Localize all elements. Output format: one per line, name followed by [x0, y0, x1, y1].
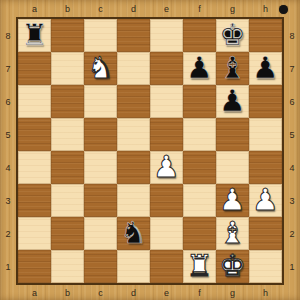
rank-label-7: 7 [284, 52, 300, 85]
square-a7[interactable] [18, 52, 51, 85]
board-frame: abcdefgh 87654321 ♜♚♞♟♝♟♟♟♟♟♞♝♜♚ 8765432… [0, 0, 300, 300]
square-d5[interactable] [117, 118, 150, 151]
black-pawn[interactable]: ♟ [186, 53, 213, 83]
white-pawn[interactable]: ♟ [252, 185, 279, 215]
square-d2[interactable]: ♞ [117, 217, 150, 250]
square-c1[interactable] [84, 250, 117, 283]
file-label-f: f [183, 285, 216, 300]
square-a2[interactable] [18, 217, 51, 250]
square-h8[interactable] [249, 19, 282, 52]
file-labels-top: abcdefgh [18, 0, 282, 17]
black-king[interactable]: ♚ [219, 20, 246, 50]
rank-label-4: 4 [284, 151, 300, 184]
square-h4[interactable] [249, 151, 282, 184]
rank-label-2: 2 [284, 217, 300, 250]
rank-label-5: 5 [284, 118, 300, 151]
square-g8[interactable]: ♚ [216, 19, 249, 52]
rank-label-8: 8 [0, 19, 16, 52]
rank-label-8: 8 [284, 19, 300, 52]
square-g1[interactable]: ♚ [216, 250, 249, 283]
square-e3[interactable] [150, 184, 183, 217]
square-g7[interactable]: ♝ [216, 52, 249, 85]
square-g6[interactable]: ♟ [216, 85, 249, 118]
white-rook[interactable]: ♜ [186, 251, 213, 281]
square-d1[interactable] [117, 250, 150, 283]
square-b2[interactable] [51, 217, 84, 250]
rank-label-5: 5 [0, 118, 16, 151]
square-h7[interactable]: ♟ [249, 52, 282, 85]
square-d4[interactable] [117, 151, 150, 184]
square-c6[interactable] [84, 85, 117, 118]
file-label-a: a [18, 0, 51, 17]
black-knight[interactable]: ♞ [120, 218, 147, 248]
square-f6[interactable] [183, 85, 216, 118]
square-b8[interactable] [51, 19, 84, 52]
file-label-d: d [117, 285, 150, 300]
file-label-c: c [84, 285, 117, 300]
black-rook[interactable]: ♜ [21, 20, 48, 50]
square-a1[interactable] [18, 250, 51, 283]
file-label-e: e [150, 0, 183, 17]
white-pawn[interactable]: ♟ [153, 152, 180, 182]
square-c7[interactable]: ♞ [84, 52, 117, 85]
rank-label-4: 4 [0, 151, 16, 184]
rank-label-1: 1 [284, 250, 300, 283]
square-f3[interactable] [183, 184, 216, 217]
square-e2[interactable] [150, 217, 183, 250]
square-g3[interactable]: ♟ [216, 184, 249, 217]
square-f7[interactable]: ♟ [183, 52, 216, 85]
square-d3[interactable] [117, 184, 150, 217]
black-pawn[interactable]: ♟ [252, 53, 279, 83]
chess-board[interactable]: ♜♚♞♟♝♟♟♟♟♟♞♝♜♚ [16, 17, 284, 285]
square-e6[interactable] [150, 85, 183, 118]
square-a5[interactable] [18, 118, 51, 151]
square-c3[interactable] [84, 184, 117, 217]
square-h2[interactable] [249, 217, 282, 250]
square-b7[interactable] [51, 52, 84, 85]
square-e1[interactable] [150, 250, 183, 283]
black-bishop[interactable]: ♝ [219, 53, 246, 83]
file-label-e: e [150, 285, 183, 300]
square-d6[interactable] [117, 85, 150, 118]
black-to-move-indicator-icon [279, 5, 288, 14]
black-pawn[interactable]: ♟ [219, 86, 246, 116]
rank-label-2: 2 [0, 217, 16, 250]
file-label-f: f [183, 0, 216, 17]
white-king[interactable]: ♚ [219, 251, 246, 281]
square-f8[interactable] [183, 19, 216, 52]
square-f1[interactable]: ♜ [183, 250, 216, 283]
file-labels-bottom: abcdefgh [18, 285, 282, 300]
square-e8[interactable] [150, 19, 183, 52]
square-c4[interactable] [84, 151, 117, 184]
rank-label-3: 3 [284, 184, 300, 217]
rank-labels-left: 87654321 [0, 19, 16, 283]
square-h6[interactable] [249, 85, 282, 118]
square-c8[interactable] [84, 19, 117, 52]
rank-labels-right: 87654321 [284, 19, 300, 283]
square-b6[interactable] [51, 85, 84, 118]
square-g2[interactable]: ♝ [216, 217, 249, 250]
square-f4[interactable] [183, 151, 216, 184]
file-label-c: c [84, 0, 117, 17]
square-d8[interactable] [117, 19, 150, 52]
rank-label-6: 6 [0, 85, 16, 118]
square-h3[interactable]: ♟ [249, 184, 282, 217]
file-label-b: b [51, 0, 84, 17]
square-f5[interactable] [183, 118, 216, 151]
rank-label-6: 6 [284, 85, 300, 118]
square-b5[interactable] [51, 118, 84, 151]
square-a3[interactable] [18, 184, 51, 217]
square-e5[interactable] [150, 118, 183, 151]
square-g5[interactable] [216, 118, 249, 151]
square-b4[interactable] [51, 151, 84, 184]
square-f2[interactable] [183, 217, 216, 250]
white-knight[interactable]: ♞ [87, 53, 114, 83]
file-label-b: b [51, 285, 84, 300]
file-label-d: d [117, 0, 150, 17]
file-label-h: h [249, 285, 282, 300]
square-b1[interactable] [51, 250, 84, 283]
rank-label-3: 3 [0, 184, 16, 217]
square-h1[interactable] [249, 250, 282, 283]
square-h5[interactable] [249, 118, 282, 151]
file-label-g: g [216, 0, 249, 17]
rank-label-7: 7 [0, 52, 16, 85]
file-label-g: g [216, 285, 249, 300]
file-label-h: h [249, 0, 282, 17]
square-g4[interactable] [216, 151, 249, 184]
rank-label-1: 1 [0, 250, 16, 283]
square-d7[interactable] [117, 52, 150, 85]
square-e4[interactable]: ♟ [150, 151, 183, 184]
white-bishop[interactable]: ♝ [219, 218, 246, 248]
square-a4[interactable] [18, 151, 51, 184]
square-a8[interactable]: ♜ [18, 19, 51, 52]
square-c2[interactable] [84, 217, 117, 250]
square-a6[interactable] [18, 85, 51, 118]
square-c5[interactable] [84, 118, 117, 151]
file-label-a: a [18, 285, 51, 300]
square-e7[interactable] [150, 52, 183, 85]
white-pawn[interactable]: ♟ [219, 185, 246, 215]
square-b3[interactable] [51, 184, 84, 217]
